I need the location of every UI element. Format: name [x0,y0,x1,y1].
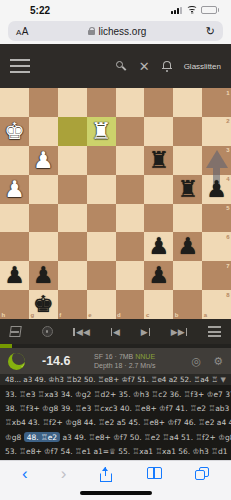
black-rook-b4[interactable]: ♜ [173,175,202,204]
square-d5[interactable] [116,204,145,233]
square-h1[interactable] [0,88,29,117]
rank-coordinate: 6 [226,234,229,240]
clock: 5:22 [30,5,50,16]
square-a1[interactable]: 1 [202,88,231,117]
square-d8[interactable]: d [116,290,145,319]
file-coordinate: h [2,312,6,318]
analysis-board-icon[interactable] [9,326,22,337]
square-a8[interactable]: 8a [202,290,231,319]
board: 1234567hgfedcb8a♚♜♟♟♚♜♜♟♟♟♟♟♟ [0,88,231,319]
rank-coordinate: 1 [226,90,229,96]
square-g5[interactable] [29,204,58,233]
explorer-icon[interactable] [42,326,53,337]
engine-arrow-head [206,150,228,168]
square-d3[interactable] [116,146,145,175]
square-a7[interactable]: 7 [202,261,231,290]
square-d2[interactable] [116,117,145,146]
reload-button[interactable]: ↻ [206,25,215,38]
phone-screen: 5:22 AA lichess.org ↻ ✕ [0,0,231,500]
file-coordinate: c [146,312,149,318]
square-f2[interactable] [58,117,87,146]
safari-toolbar: ‹ › [0,460,231,500]
black-pawn-c6[interactable]: ♟ [144,232,173,261]
square-e8[interactable]: e [87,290,116,319]
rank-coordinate: 8 [226,292,229,298]
square-g2[interactable] [29,117,58,146]
current-move-highlight[interactable]: 48. ♖e2 [24,432,60,442]
square-b3[interactable] [173,146,202,175]
square-d4[interactable] [116,175,145,204]
analysis-controls-bar: ◀◀ ◀ ▶ ▶▶ [0,319,231,344]
share-icon[interactable] [100,467,114,482]
square-f6[interactable] [58,232,87,261]
square-b7[interactable] [173,261,202,290]
context-menu-button[interactable] [208,326,221,337]
square-e4[interactable] [87,175,116,204]
search-icon[interactable] [116,61,127,72]
square-b5[interactable] [173,204,202,233]
black-rook-c3[interactable]: ♜ [144,146,173,175]
forward-button[interactable]: › [61,467,67,481]
text-size-button[interactable]: AA [16,26,29,37]
previous-move-button[interactable]: ◀ [111,327,120,337]
engine-depth: Depth 18 · 2.7 Mn/s [94,361,155,370]
square-f7[interactable] [58,261,87,290]
notification-bell-icon[interactable] [162,61,172,72]
move-row[interactable]: 53. ♖e8+ ♔f7 54. ♖e1 a1=♕ 55. ♖xa1 ♖xa1 … [5,445,226,459]
last-move-button[interactable]: ▶▶ [171,327,187,337]
file-coordinate: b [175,312,179,318]
square-h8[interactable]: h [0,290,29,319]
black-pawn-h7[interactable]: ♟ [0,261,29,290]
move-row[interactable]: ♔g8 48. ♖e2 a3 49. ♖e8+ ♔f7 50. ♖e2 ♖a4 … [5,431,226,445]
engine-name: SF 16 · 7MB NNUE [94,352,155,361]
back-button[interactable]: ‹ [22,467,28,481]
square-d7[interactable] [116,261,145,290]
square-h3[interactable] [0,146,29,175]
square-d6[interactable] [116,232,145,261]
ios-status-bar: 5:22 [0,0,231,20]
square-c2[interactable] [144,117,173,146]
file-coordinate: d [117,312,121,318]
close-icon[interactable]: ✕ [139,61,150,72]
rank-coordinate: 2 [226,118,229,124]
black-king-g8[interactable]: ♚ [29,290,58,319]
site-domain[interactable]: lichess.org [98,26,146,37]
lock-icon [88,30,95,35]
next-move-button[interactable]: ▶ [141,327,150,337]
evaluation-score: -14.6 [42,354,86,368]
tabs-icon[interactable] [195,467,209,480]
square-b1[interactable] [173,88,202,117]
square-b8[interactable]: b [173,290,202,319]
square-f5[interactable] [58,204,87,233]
white-pawn-g3[interactable]: ♟ [29,146,58,175]
engine-eval-panel: ✓ -14.6 SF 16 · 7MB NNUE Depth 18 · 2.7 … [0,348,231,374]
square-d1[interactable] [116,88,145,117]
black-pawn-g7[interactable]: ♟ [29,261,58,290]
engine-progress-bar [0,344,231,348]
move-row[interactable]: 38. ♖f3+ ♔g8 39. ♖e3 ♖cxc3 40. ♖e8+ ♔f7 … [5,402,226,416]
white-rook-e2[interactable]: ♜ [87,117,116,146]
bookmarks-icon[interactable] [147,467,162,479]
black-pawn-c7[interactable]: ♟ [144,261,173,290]
file-coordinate: f [59,312,61,318]
square-b2[interactable] [173,117,202,146]
chevron-down-icon[interactable]: ▼ [221,376,226,384]
address-field[interactable]: AA lichess.org ↻ [8,21,223,41]
lichess-header: ✕ Glasslitten [0,44,231,88]
white-king-h2[interactable]: ♚ [0,117,29,146]
black-pawn-a4[interactable]: ♟ [202,175,231,204]
square-e5[interactable] [87,204,116,233]
square-g6[interactable] [29,232,58,261]
rank-coordinate: 5 [226,205,229,211]
square-e3[interactable] [87,146,116,175]
username[interactable]: Glasslitten [184,62,221,71]
square-e7[interactable] [87,261,116,290]
square-h6[interactable] [0,232,29,261]
square-a2[interactable]: 2 [202,117,231,146]
file-coordinate: a [204,312,207,318]
square-g4[interactable] [29,175,58,204]
square-c4[interactable] [144,175,173,204]
safari-url-bar: AA lichess.org ↻ [0,20,231,44]
square-f8[interactable]: f [58,290,87,319]
hamburger-menu-button[interactable] [10,59,30,74]
first-move-button[interactable]: ◀◀ [73,327,89,337]
rank-coordinate: 7 [226,263,229,269]
home-indicator [80,491,152,495]
square-c5[interactable] [144,204,173,233]
black-pawn-b6[interactable]: ♟ [173,232,202,261]
square-f3[interactable] [58,146,87,175]
square-f1[interactable] [58,88,87,117]
square-e1[interactable] [87,88,116,117]
square-c1[interactable] [144,88,173,117]
pv-line[interactable]: 48... a3 49. ♔h3 ♖b2 50. ♖e8+ ♔f7 51. ♖e… [0,374,231,386]
practice-target-icon[interactable]: ◎ [192,355,202,368]
square-e6[interactable] [87,232,116,261]
square-a6[interactable]: 6 [202,232,231,261]
cellular-signal-icon [171,6,182,14]
gear-icon[interactable]: ⚙ [213,355,223,368]
pv-moves[interactable]: 48... a3 49. ♔h3 ♖b2 50. ♖e8+ ♔f7 51. ♖e… [5,375,218,384]
wifi-icon [186,6,197,14]
square-c8[interactable]: c [144,290,173,319]
engine-toggle[interactable]: ✓ [8,353,25,370]
nnue-badge: NNUE [135,353,155,360]
square-f4[interactable] [58,175,87,204]
move-row[interactable]: ♖xb4 43. ♖f2+ ♔g8 44. ♖e2 a5 45. ♖e8+ ♔f… [5,416,226,430]
square-g1[interactable] [29,88,58,117]
move-list: 33. ♖e3 ♖xa3 34. ♔g2 ♖d2+ 35. ♔h3 ♖c2 36… [0,386,231,460]
move-row[interactable]: 33. ♖e3 ♖xa3 34. ♔g2 ♖d2+ 35. ♔h3 ♖c2 36… [5,388,226,402]
file-coordinate: e [88,312,91,318]
white-pawn-h4[interactable]: ♟ [0,175,29,204]
square-h5[interactable] [0,204,29,233]
battery-icon [201,6,219,14]
square-a5[interactable]: 5 [202,204,231,233]
